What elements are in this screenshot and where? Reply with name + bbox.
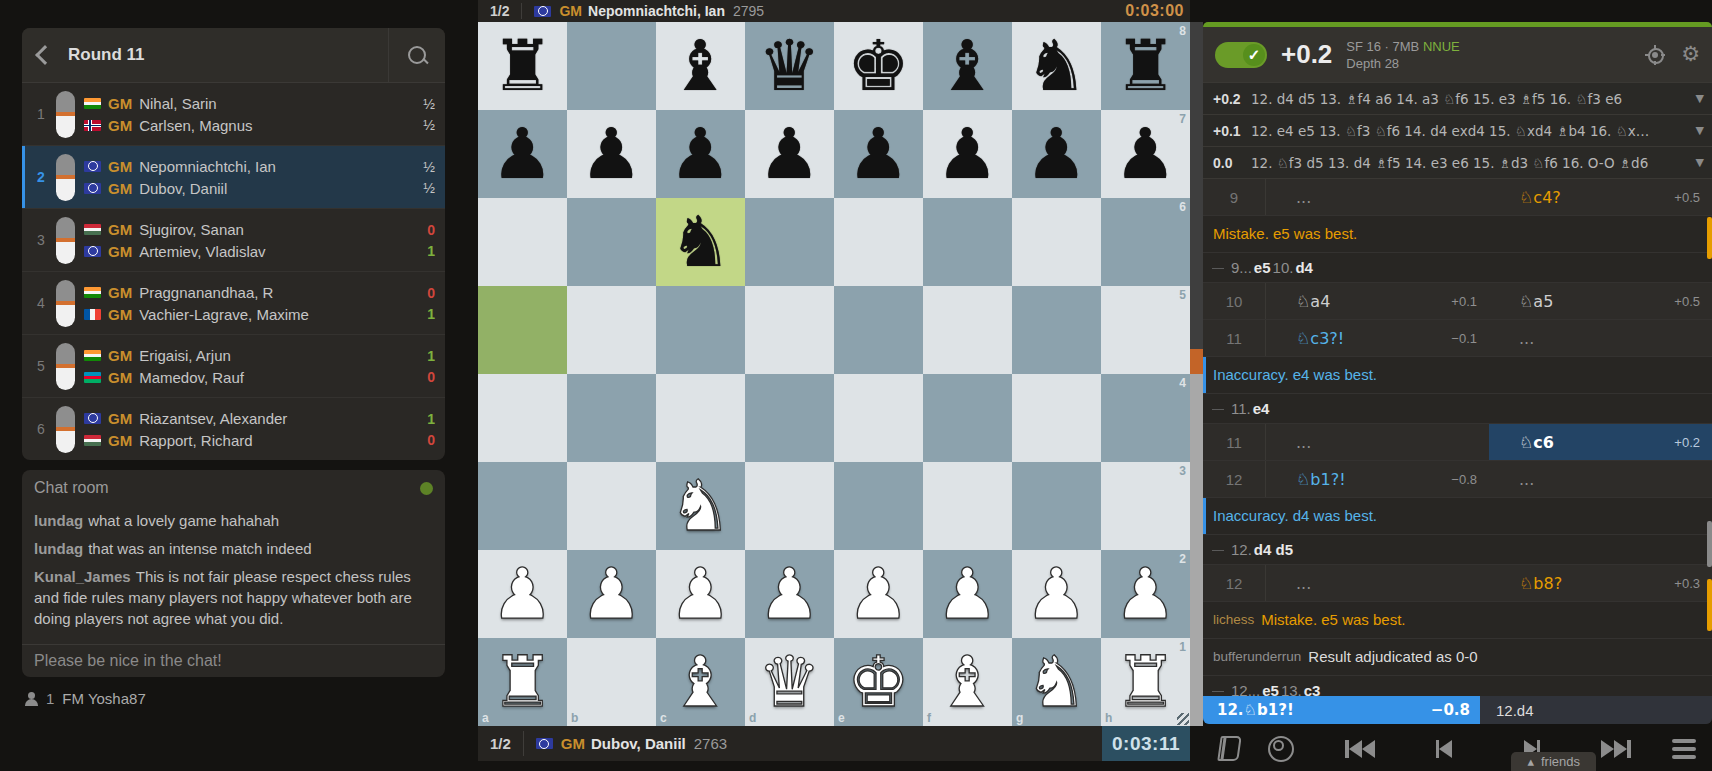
file-coordinate: e [838,711,845,725]
move-row: 10 ♘a4+0.1 ♘a5+0.5 [1203,283,1712,320]
square-g1[interactable]: ♞g [1012,638,1101,726]
square-b6[interactable] [567,198,656,286]
square-d1[interactable]: ♛d [745,638,834,726]
engine-line-2[interactable]: +0.1 12. e4 e5 13. ♘f3 ♘f6 14. d4 exd4 1… [1203,114,1712,146]
chat-message: lundagthat was an intense match indeed [34,538,433,559]
square-a8[interactable]: ♜ [478,22,567,110]
white-pawn[interactable]: ♟ [478,550,567,638]
chat-panel: Chat room lundagwhat a lovely game hahah… [22,470,445,677]
chat-username[interactable]: Kunal_James [34,568,131,585]
white-pawn[interactable]: ♟ [1101,550,1190,638]
square-d7[interactable]: ♟ [745,110,834,198]
square-g4[interactable] [1012,374,1101,462]
flag-icon [84,246,101,257]
square-f3[interactable] [923,462,1012,550]
player-title: GM [108,158,132,175]
white-move[interactable]: ... [1266,565,1489,601]
flag-icon [84,413,101,424]
variation-line[interactable]: 9...e510.d4 [1203,253,1712,283]
top-player-bar: 1/2 GM Nepomniachtchi, Ian 2795 0:03:00 [478,0,1190,22]
player-name: Nihal, Sarin [139,95,217,112]
square-g5[interactable] [1012,286,1101,374]
player-title: GM [108,432,132,449]
player-title: GM [108,180,132,197]
game-row-3[interactable]: 3 GMSjugirov, Sanan GMArtemiev, Vladisla… [22,209,445,272]
square-a6[interactable] [478,198,567,286]
score: ½ [423,159,435,175]
comment-author[interactable]: bufferunderrun [1213,647,1301,667]
file-coordinate: c [660,711,667,725]
player-title: GM [108,347,132,364]
flag-icon [84,309,101,320]
search-icon [408,46,426,64]
chat-message: Kunal_JamesThis is not fair please respe… [34,566,433,629]
square-g6[interactable] [1012,198,1101,286]
square-e4[interactable] [834,374,923,462]
black-pawn[interactable]: ♟ [478,110,567,198]
variation-line[interactable]: 12.d4 d5 [1203,535,1712,565]
player-rating: 2763 [694,735,727,752]
move-row: 12 ... ♘b8?+0.3 [1203,565,1712,602]
flag-icon [534,6,551,17]
white-knight[interactable]: ♞ [1012,638,1101,726]
white-knight[interactable]: ♞ [656,462,745,550]
rank-coordinate: 6 [1179,200,1186,214]
engine-lines: +0.2 12. d4 d5 13. ♗f4 a6 14. a3 ♘f6 15.… [1203,82,1712,179]
game-row-5[interactable]: 5 GMErigaisi, Arjun GMMamedov, Rauf 10 [22,335,445,398]
move-row: 11 ... ♘c6+0.2 [1203,424,1712,461]
mini-eval-gauge [56,91,75,138]
white-pawn[interactable]: ♟ [834,550,923,638]
flag-icon [84,98,101,109]
flag-icon [84,287,101,298]
square-c6[interactable]: ♞ [656,198,745,286]
player-name: Nepomniachtchi, Ian [139,158,276,175]
white-pawn[interactable]: ♟ [923,550,1012,638]
file-coordinate: h [1105,711,1112,725]
black-knight[interactable]: ♞ [1012,22,1101,110]
mini-eval-gauge [56,217,75,264]
game-number: 2 [30,169,52,185]
white-rook[interactable]: ♜ [478,638,567,726]
black-move[interactable]: ♘a5+0.5 [1489,283,1712,319]
move-number: 10 [1203,283,1266,319]
score: 1 [427,306,435,322]
bottom-clock: 0:03:11 [1102,726,1190,761]
square-f5[interactable] [923,286,1012,374]
square-c8[interactable]: ♝ [656,22,745,110]
caret-up-icon: ▴ [1527,754,1534,769]
file-coordinate: f [927,711,931,725]
player-name: Carlsen, Magnus [139,117,252,134]
square-b2[interactable]: ♟ [567,550,656,638]
square-f7[interactable]: ♟ [923,110,1012,198]
square-g2[interactable]: ♟ [1012,550,1101,638]
game-number: 6 [30,421,52,437]
square-e3[interactable] [834,462,923,550]
black-bishop[interactable]: ♝ [656,22,745,110]
player-title: GM [108,95,132,112]
analysis-toolbar [1203,726,1712,771]
rank-coordinate: 1 [1179,640,1186,654]
square-e1[interactable]: ♚e [834,638,923,726]
member-name[interactable]: FM Yosha87 [62,690,145,707]
nnue-badge: NNUE [1423,39,1460,54]
chess-board: ♜♝♛♚♝♞♜8♟♟♟♟♟♟♟♟7♞654♞3♟♟♟♟♟♟♟♟2♜ab♝c♛d♚… [478,22,1190,726]
square-e6[interactable] [834,198,923,286]
chevron-down-icon[interactable]: ▼ [1696,124,1704,137]
black-move[interactable]: ♘b8?+0.3 [1489,565,1712,601]
chat-messages: lundagwhat a lovely game hahahah lundagt… [22,501,445,644]
line-moves: 12. ♘f3 d5 13. d4 ♗f5 14. e3 e6 15. ♗d3 … [1251,155,1692,171]
back-button[interactable] [22,48,68,62]
gear-icon[interactable]: ⚙ [1681,44,1700,65]
person-icon [24,692,38,706]
user-comment: bufferunderrunResult adjudicated as 0-0 [1203,639,1712,676]
chat-username[interactable]: lundag [34,540,83,557]
player-name: Rapport, Richard [139,432,252,449]
square-b4[interactable] [567,374,656,462]
square-b3[interactable] [567,462,656,550]
score: 1 [427,411,435,427]
white-bishop[interactable]: ♝ [923,638,1012,726]
black-king[interactable]: ♚ [834,22,923,110]
square-b8[interactable] [567,22,656,110]
player-name: Erigaisi, Arjun [139,347,231,364]
hamburger-icon [1672,739,1696,759]
chat-username[interactable]: lundag [34,512,83,529]
line-eval: 0.0 [1213,155,1251,171]
practice-target-icon[interactable] [1645,45,1665,65]
score: ½ [423,180,435,196]
square-d8[interactable]: ♛ [745,22,834,110]
mini-eval-gauge [56,154,75,201]
judgment-comment: Mistake. e5 was best. [1203,216,1712,253]
line-eval: +0.2 [1213,91,1251,107]
chat-input[interactable] [34,652,433,670]
square-b1[interactable]: b [567,638,656,726]
player-name: Dubov, Daniil [139,180,227,197]
player-name: Praggnanandhaa, R [139,284,273,301]
white-move[interactable]: ... [1266,424,1489,460]
square-a4[interactable] [478,374,567,462]
mini-eval-gauge [56,343,75,390]
variation-line[interactable]: 12...e513.c3 [1203,676,1712,696]
player-name: Nepomniachtchi, Ian [588,3,725,19]
score: 1 [427,243,435,259]
black-move[interactable]: ... [1489,461,1712,497]
rank-coordinate: 7 [1179,112,1186,126]
white-pawn[interactable]: ♟ [656,550,745,638]
friends-bar[interactable]: ▴ friends [1511,752,1596,771]
move-action-bar: 12.♘b1?!−0.8 12.d4 [1203,696,1712,724]
square-h4[interactable]: 4 [1101,374,1190,462]
line-eval: +0.1 [1213,123,1251,139]
comment-author[interactable]: lichess [1213,610,1254,630]
move-number: 12 [1203,461,1266,497]
flag-icon [84,183,101,194]
black-pawn[interactable]: ♟ [1101,110,1190,198]
square-f2[interactable]: ♟ [923,550,1012,638]
black-move-selected[interactable]: ♘c6+0.2 [1489,424,1712,460]
check-icon: ✓ [1243,44,1265,66]
square-e8[interactable]: ♚ [834,22,923,110]
white-queen[interactable]: ♛ [745,638,834,726]
square-h2[interactable]: ♟2 [1101,550,1190,638]
chat-status-dot[interactable] [420,482,433,495]
move-list: 9 ... ♘c4?+0.5 Mistake. e5 was best. 9..… [1203,179,1712,696]
square-b7[interactable]: ♟ [567,110,656,198]
flag-icon [84,120,101,131]
game-number: 1 [30,106,52,122]
mini-eval-gauge [56,280,75,327]
game-number: 3 [30,232,52,248]
square-d4[interactable] [745,374,834,462]
concentric-circles-icon [1268,736,1294,762]
player-title: GM [108,306,132,323]
move-row: 9 ... ♘c4?+0.5 [1203,179,1712,216]
analysis-panel: ✓ +0.2 SF 16 · 7MB NNUE Depth 28 ⚙ +0.2 … [1203,22,1712,724]
chat-title: Chat room [34,479,109,497]
black-pawn[interactable]: ♟ [656,110,745,198]
black-knight[interactable]: ♞ [656,198,745,286]
engine-toggle[interactable]: ✓ [1215,42,1267,68]
move-number: 11 [1203,424,1266,460]
flag-icon [84,224,101,235]
square-h6[interactable]: 6 [1101,198,1190,286]
game-number: 5 [30,358,52,374]
rank-coordinate: 8 [1179,24,1186,38]
black-pawn[interactable]: ♟ [834,110,923,198]
score: 0 [427,222,435,238]
white-move[interactable]: ♘b1?!−0.8 [1266,461,1489,497]
score: 1 [427,348,435,364]
player-name: Riazantsev, Alexander [139,410,287,427]
variation-line[interactable]: 11.e4 [1203,394,1712,424]
engine-line-3[interactable]: 0.0 12. ♘f3 d5 13. d4 ♗f5 14. e3 e6 15. … [1203,146,1712,178]
black-pawn[interactable]: ♟ [745,110,834,198]
chat-members: 1 FM Yosha87 [24,690,146,707]
score: ½ [423,117,435,133]
square-c2[interactable]: ♟ [656,550,745,638]
engine-name: SF 16 · 7MB [1346,39,1419,54]
search-button[interactable] [388,28,445,82]
white-pawn[interactable]: ♟ [1012,550,1101,638]
square-d3[interactable] [745,462,834,550]
black-bishop[interactable]: ♝ [923,22,1012,110]
black-move[interactable]: ♘c4?+0.5 [1489,179,1712,215]
engine-depth: Depth 28 [1346,55,1459,72]
games-list-panel: Round 11 1 GMNihal, Sarin GMCarlsen, Mag… [22,28,445,460]
menu-button[interactable] [1656,726,1712,771]
file-coordinate: b [571,711,578,725]
black-pawn[interactable]: ♟ [923,110,1012,198]
current-move-button[interactable]: 12.♘b1?!−0.8 [1203,696,1480,724]
members-count: 1 [46,690,54,707]
player-title: GM [108,221,132,238]
player-name: Artemiev, Vladislav [139,243,265,260]
user-comment: lichessMistake. e5 was best. [1203,602,1712,639]
game-row-6[interactable]: 6 GMRiazantsev, Alexander GMRapport, Ric… [22,398,445,460]
square-h3[interactable]: 3 [1101,462,1190,550]
chevron-down-icon[interactable]: ▼ [1696,156,1704,169]
square-f1[interactable]: ♝f [923,638,1012,726]
move-row: 12 ♘b1?!−0.8 ... [1203,461,1712,498]
gauge-toggle-button[interactable] [1255,726,1307,771]
game-row-1[interactable]: 1 GMNihal, Sarin GMCarlsen, Magnus ½½ [22,83,445,146]
square-b5[interactable] [567,286,656,374]
move-row: 11 ♘c3?!−0.1 ... [1203,320,1712,357]
player-title: GM [108,284,132,301]
square-f4[interactable] [923,374,1012,462]
file-coordinate: a [482,711,489,725]
top-clock: 0:03:00 [1119,2,1190,20]
white-pawn[interactable]: ♟ [745,550,834,638]
chevron-left-icon [35,45,55,65]
square-a1[interactable]: ♜a [478,638,567,726]
player-rating: 2795 [733,3,764,19]
square-c3[interactable]: ♞ [656,462,745,550]
player-name: Sjugirov, Sanan [139,221,244,238]
move-number: 9 [1203,179,1266,215]
square-c4[interactable] [656,374,745,462]
white-move[interactable]: ... [1266,179,1489,215]
first-move-button[interactable] [1320,726,1400,771]
board-resize-handle[interactable] [1177,713,1189,725]
engine-eval: +0.2 [1281,39,1332,70]
square-e2[interactable]: ♟ [834,550,923,638]
game-result: 1/2 [478,735,523,752]
move-number: 11 [1203,320,1266,356]
white-move[interactable]: ♘c3?!−0.1 [1266,320,1489,356]
player-title: GM [561,735,585,752]
square-g7[interactable]: ♟ [1012,110,1101,198]
black-queen[interactable]: ♛ [745,22,834,110]
square-d2[interactable]: ♟ [745,550,834,638]
black-move[interactable]: ... [1489,320,1712,356]
player-title: GM [108,117,132,134]
chevron-down-icon[interactable]: ▼ [1696,92,1704,105]
chat-text: that was an intense match indeed [88,540,311,557]
mini-eval-gauge [56,406,75,453]
chat-message: lundagwhat a lovely game hahahah [34,510,433,531]
chat-text: what a lovely game hahahah [88,512,279,529]
game-row-2-selected[interactable]: 2 GMNepomniachtchi, Ian GMDubov, Daniil … [22,146,445,209]
bottom-player-bar: 1/2 GM Dubov, Daniil 2763 0:03:11 [478,726,1190,761]
square-e7[interactable]: ♟ [834,110,923,198]
score: 0 [427,285,435,301]
player-name: Dubov, Daniil [591,735,686,752]
previous-move-button[interactable] [1400,726,1488,771]
rank-coordinate: 4 [1179,376,1186,390]
score: 0 [427,432,435,448]
square-f6[interactable] [923,198,1012,286]
white-bishop[interactable]: ♝ [656,638,745,726]
square-d6[interactable] [745,198,834,286]
line-moves: 12. d4 d5 13. ♗f4 a6 14. a3 ♘f6 15. e3 ♗… [1251,91,1692,107]
game-result: 1/2 [478,3,521,19]
black-rook[interactable]: ♜ [478,22,567,110]
game-number: 4 [30,295,52,311]
line-moves: 12. e4 e5 13. ♘f3 ♘f6 14. d4 exd4 15. ♘x… [1251,123,1692,139]
judgment-comment: Inaccuracy. d4 was best. [1203,498,1712,535]
study-button[interactable] [1203,726,1255,771]
player-name: Mamedov, Rauf [139,369,244,386]
square-h5[interactable]: 5 [1101,286,1190,374]
score: ½ [423,96,435,112]
file-coordinate: d [749,711,756,725]
engine-header: ✓ +0.2 SF 16 · 7MB NNUE Depth 28 ⚙ [1203,27,1712,82]
square-a3[interactable] [478,462,567,550]
black-pawn[interactable]: ♟ [1012,110,1101,198]
player-title: GM [108,369,132,386]
rank-coordinate: 2 [1179,552,1186,566]
scrollbar-mark [1707,579,1712,631]
flag-icon [84,372,101,383]
square-c5[interactable] [656,286,745,374]
square-g3[interactable] [1012,462,1101,550]
square-e5[interactable] [834,286,923,374]
scrollbar-thumb[interactable] [1707,521,1712,567]
square-a5[interactable] [478,286,567,374]
player-name: Vachier-Lagrave, Maxime [139,306,309,323]
game-row-4[interactable]: 4 GMPraggnanandhaa, R GMVachier-Lagrave,… [22,272,445,335]
round-header: Round 11 [22,28,445,83]
flag-icon [84,161,101,172]
square-a2[interactable]: ♟ [478,550,567,638]
round-title: Round 11 [68,45,388,65]
eval-gauge [1190,22,1203,726]
white-pawn[interactable]: ♟ [567,550,656,638]
rank-coordinate: 5 [1179,288,1186,302]
white-move[interactable]: ♘a4+0.1 [1266,283,1489,319]
square-c7[interactable]: ♟ [656,110,745,198]
flag-icon [84,350,101,361]
best-move-button[interactable]: 12.d4 [1480,696,1712,724]
player-title: GM [108,410,132,427]
book-icon [1217,736,1242,761]
square-a7[interactable]: ♟ [478,110,567,198]
judgment-comment: Inaccuracy. e4 was best. [1203,357,1712,394]
engine-line-1[interactable]: +0.2 12. d4 d5 13. ♗f4 a6 14. a3 ♘f6 15.… [1203,82,1712,114]
square-g8[interactable]: ♞ [1012,22,1101,110]
black-rook[interactable]: ♜ [1101,22,1190,110]
broadcast-page: Round 11 1 GMNihal, Sarin GMCarlsen, Mag… [0,0,1712,771]
rank-coordinate: 3 [1179,464,1186,478]
file-coordinate: g [1016,711,1023,725]
square-h7[interactable]: ♟7 [1101,110,1190,198]
move-number: 12 [1203,565,1266,601]
scrollbar-mark [1707,217,1712,259]
friends-label: friends [1541,754,1580,769]
score: 0 [427,369,435,385]
black-pawn[interactable]: ♟ [567,110,656,198]
flag-icon [84,435,101,446]
square-d5[interactable] [745,286,834,374]
square-h8[interactable]: ♜8 [1101,22,1190,110]
flag-icon [536,738,553,749]
square-c1[interactable]: ♝c [656,638,745,726]
square-f8[interactable]: ♝ [923,22,1012,110]
white-king[interactable]: ♚ [834,638,923,726]
player-title: GM [559,3,582,19]
player-title: GM [108,243,132,260]
